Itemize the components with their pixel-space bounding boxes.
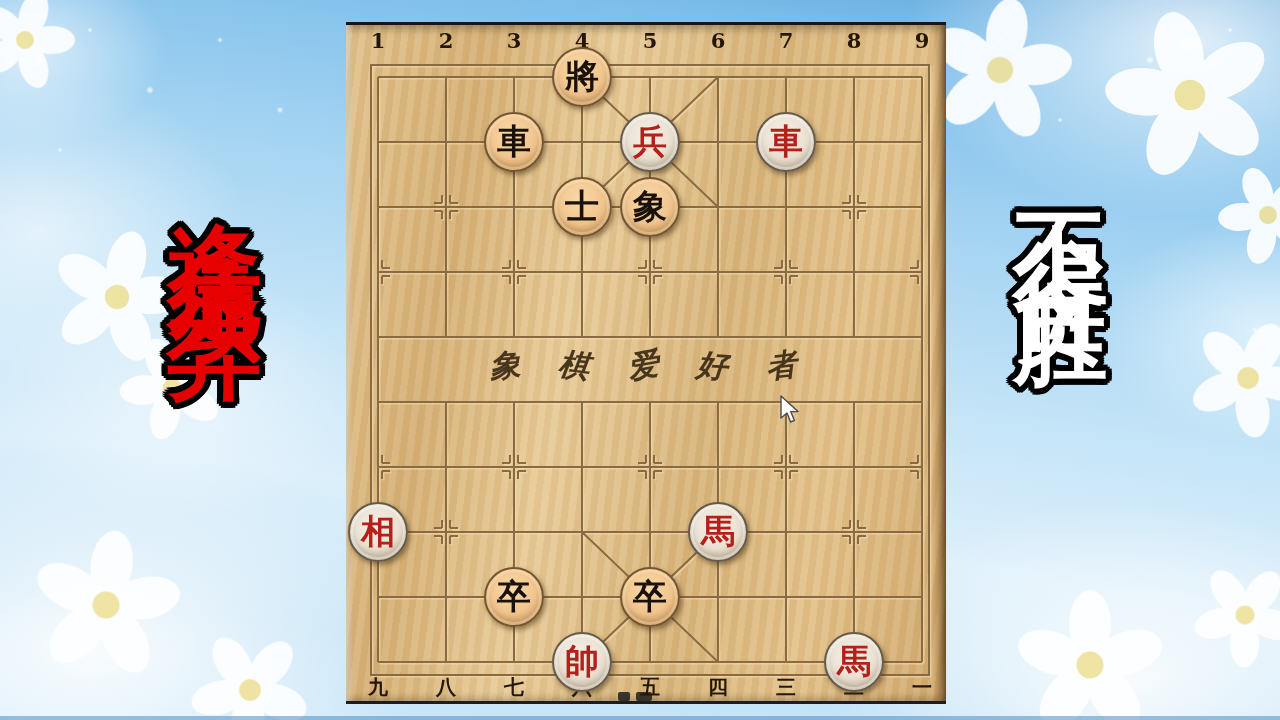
screenshot-root: 逢危须弃 不得贪胜 123456789 九八七六五四三二一 象棋爱好者 將車兵車… xyxy=(0,0,1280,720)
piece-glyph: 車 xyxy=(497,124,531,158)
piece-black-象[interactable]: 象 xyxy=(620,177,680,237)
piece-red-車[interactable]: 車 xyxy=(756,112,816,172)
piece-glyph: 士 xyxy=(565,189,599,223)
piece-glyph: 馬 xyxy=(701,514,735,548)
piece-glyph: 相 xyxy=(361,514,395,548)
mouse-cursor xyxy=(779,395,801,425)
piece-glyph: 卒 xyxy=(633,579,667,613)
piece-red-馬[interactable]: 馬 xyxy=(688,502,748,562)
piece-black-卒[interactable]: 卒 xyxy=(620,567,680,627)
xiangqi-board: 123456789 九八七六五四三二一 象棋爱好者 將車兵車士象相馬卒卒帥馬 xyxy=(346,22,946,704)
piece-black-士[interactable]: 士 xyxy=(552,177,612,237)
piece-red-相[interactable]: 相 xyxy=(348,502,408,562)
piece-glyph: 車 xyxy=(769,124,803,158)
pieces-grid: 將車兵車士象相馬卒卒帥馬 xyxy=(344,45,956,695)
piece-red-帥[interactable]: 帥 xyxy=(552,632,612,692)
bottom-edge-strip xyxy=(0,716,1280,720)
piece-glyph: 將 xyxy=(565,59,599,93)
piece-red-兵[interactable]: 兵 xyxy=(620,112,680,172)
piece-black-車[interactable]: 車 xyxy=(484,112,544,172)
piece-black-卒[interactable]: 卒 xyxy=(484,567,544,627)
left-caption: 逢危须弃 xyxy=(168,146,262,250)
piece-black-將[interactable]: 將 xyxy=(552,47,612,107)
piece-red-馬[interactable]: 馬 xyxy=(824,632,884,692)
piece-glyph: 帥 xyxy=(565,644,599,678)
piece-glyph: 馬 xyxy=(837,644,871,678)
piece-glyph: 卒 xyxy=(497,579,531,613)
right-caption: 不得贪胜 xyxy=(1014,140,1108,244)
piece-glyph: 象 xyxy=(633,189,667,223)
piece-glyph: 兵 xyxy=(633,124,667,158)
